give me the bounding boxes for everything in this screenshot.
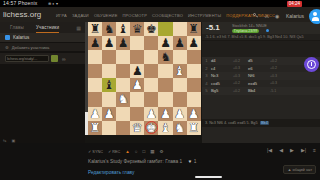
white-pawn[interactable]: ♟ bbox=[88, 107, 102, 121]
black-eval: -5.1 bbox=[270, 89, 285, 93]
study-title-row: Kalarius's Study Ферзевый гамбит: Глава … bbox=[88, 159, 196, 164]
move-number: 5 bbox=[202, 88, 211, 93]
member-row[interactable]: Kalarius bbox=[0, 33, 85, 42]
invite-url-input[interactable]: lichess.org/study/… bbox=[5, 55, 49, 62]
white-pawn[interactable]: ♟ bbox=[187, 107, 201, 121]
white-eval: +0.2 bbox=[233, 59, 248, 63]
square-b6[interactable] bbox=[102, 50, 116, 64]
square-b7[interactable]: ♟ bbox=[102, 36, 116, 50]
square-a6[interactable] bbox=[88, 50, 102, 64]
white-king[interactable]: ♚ bbox=[144, 121, 158, 135]
black-pawn[interactable]: ♟ bbox=[173, 36, 187, 50]
square-h1[interactable]: ♜ bbox=[187, 121, 201, 135]
square-e6[interactable] bbox=[144, 50, 158, 64]
status-time: 14:57 Phoenix bbox=[3, 0, 38, 7]
move-row: 1 d4 +0.2 d5 +0.2 bbox=[202, 57, 320, 65]
edit-chapter-link[interactable]: Редактировать главу bbox=[88, 170, 134, 175]
square-f5[interactable] bbox=[158, 64, 172, 78]
black-king[interactable]: ♚ bbox=[144, 22, 158, 36]
white-move[interactable]: d4 bbox=[211, 58, 233, 63]
white-pawn[interactable]: ♟ bbox=[173, 107, 187, 121]
site-header: lichess.org ИГРА ЗАДАЧИ ОБУЧЕНИЕ ПРОСМОТ… bbox=[0, 7, 320, 22]
square-a8[interactable]: ♜ bbox=[88, 22, 102, 36]
nav-tools[interactable]: ИНСТРУМЕНТЫ bbox=[188, 13, 221, 18]
study-tabs: Главы Участники ▦ bbox=[0, 22, 85, 33]
member-avatar bbox=[5, 35, 10, 40]
nav-learn[interactable]: ОБУЧЕНИЕ bbox=[94, 13, 118, 18]
square-h7[interactable]: ♟ bbox=[187, 36, 201, 50]
add-member-label: Добавить участника bbox=[12, 45, 49, 50]
rec-toggle[interactable]: REC bbox=[112, 150, 120, 154]
eval-score: -5.1 bbox=[206, 23, 220, 32]
move-number: 4 bbox=[202, 81, 211, 86]
square-b4[interactable]: ♝ bbox=[102, 78, 116, 92]
square-a1[interactable]: ♜ bbox=[88, 121, 102, 135]
white-pawn[interactable]: ♟ bbox=[144, 107, 158, 121]
white-move[interactable]: Bg5 bbox=[211, 88, 233, 93]
white-eval: +0.2 bbox=[233, 81, 248, 85]
white-queen[interactable]: ♛ bbox=[130, 121, 144, 135]
caret-up-icon: ▲ bbox=[287, 167, 291, 172]
black-pawn[interactable]: ♟ bbox=[158, 36, 172, 50]
settings-gear-icon[interactable]: ⚙ bbox=[159, 149, 163, 154]
last-move-highlight bbox=[158, 22, 172, 36]
square-d4[interactable]: ♟ bbox=[130, 78, 144, 92]
square-a4[interactable] bbox=[88, 78, 102, 92]
square-g2[interactable]: ♟ bbox=[173, 107, 187, 121]
cloud-eval-dot bbox=[266, 29, 269, 32]
square-b2[interactable]: ♟ bbox=[102, 107, 116, 121]
white-pawn[interactable]: ♟ bbox=[102, 107, 116, 121]
next-move-button[interactable]: ▶ bbox=[290, 147, 294, 153]
square-f6[interactable]: ♞ bbox=[158, 50, 172, 64]
nav-puzzles[interactable]: ЗАДАЧИ bbox=[72, 13, 89, 18]
sync-toggle[interactable]: SYNC bbox=[92, 150, 103, 154]
study-title[interactable]: Kalarius's Study Ферзевый гамбит: Глава … bbox=[88, 159, 182, 164]
black-pawn[interactable]: ♟ bbox=[88, 36, 102, 50]
flame-icon[interactable]: ▲ bbox=[125, 149, 129, 154]
nav-community[interactable]: СООБЩЕСТВО bbox=[152, 13, 183, 18]
white-knight[interactable]: ♞ bbox=[173, 121, 187, 135]
black-move[interactable]: exd5 bbox=[248, 81, 270, 86]
like-count: 1 bbox=[194, 159, 197, 164]
black-pawn[interactable]: ♟ bbox=[130, 64, 144, 78]
panel-grid-icon[interactable]: ▦ bbox=[76, 25, 81, 31]
white-rook[interactable]: ♜ bbox=[88, 121, 102, 135]
black-bishop[interactable]: ♝ bbox=[116, 22, 130, 36]
black-knight[interactable]: ♞ bbox=[102, 22, 116, 36]
add-member-row[interactable]: ⊕ Добавить участника bbox=[0, 43, 85, 51]
white-eval: +0.3 bbox=[233, 74, 248, 78]
black-rook[interactable]: ♜ bbox=[88, 22, 102, 36]
gesture-bar bbox=[195, 176, 222, 178]
square-e8[interactable]: ♚ bbox=[144, 22, 158, 36]
black-queen[interactable]: ♛ bbox=[130, 22, 144, 36]
square-c2[interactable] bbox=[116, 107, 130, 121]
first-move-button[interactable]: |◀ bbox=[267, 147, 272, 153]
screen-record-timer-badge: 04:24 bbox=[287, 1, 302, 7]
rec-check-icon[interactable]: ✓ bbox=[108, 149, 111, 154]
square-g4[interactable] bbox=[173, 78, 187, 92]
square-d6[interactable] bbox=[130, 50, 144, 64]
current-line-bar: 3. Nc3 Nf6 4. cxd5 exd5 5. Bg5Bb4 bbox=[202, 119, 320, 127]
current-move-chip[interactable]: Bb4 bbox=[260, 121, 270, 125]
recorder-person-fab[interactable] bbox=[309, 9, 320, 24]
square-e1[interactable]: ♚ bbox=[144, 121, 158, 135]
recorder-clock-fab[interactable] bbox=[304, 57, 319, 72]
square-h4[interactable] bbox=[187, 78, 201, 92]
square-shape-icon[interactable]: □ bbox=[143, 149, 146, 154]
square-d8[interactable]: ♛ bbox=[130, 22, 144, 36]
sync-check-icon[interactable]: ✓ bbox=[88, 149, 91, 154]
plus-icon: ⊕ bbox=[5, 45, 9, 50]
engine-eval-box: -5.1 Stockfish 14+ NNUE Глубина 23/99 bbox=[202, 22, 320, 34]
move-number: 2 bbox=[202, 66, 211, 71]
board-misc-icons[interactable]: ⇆ ▣ bbox=[3, 138, 17, 143]
white-bishop[interactable]: ♝ bbox=[158, 121, 172, 135]
prev-move-button[interactable]: ◀ bbox=[279, 147, 283, 153]
engine-name: Stockfish 14+ NNUE bbox=[232, 24, 267, 28]
black-move[interactable]: e6 bbox=[248, 66, 270, 71]
move-row: 3 Nc3 +0.3 Nf6 +0.3 bbox=[202, 72, 320, 80]
square-f4[interactable] bbox=[158, 78, 172, 92]
white-move[interactable]: Nc3 bbox=[211, 73, 233, 78]
chat-toggle-pill[interactable]: ▲ общий чат bbox=[283, 165, 316, 174]
square-c1[interactable] bbox=[116, 121, 130, 135]
square-g1[interactable]: ♞ bbox=[173, 121, 187, 135]
white-move[interactable]: c4 bbox=[211, 66, 233, 71]
person-icon bbox=[313, 12, 317, 16]
black-eval: +0.2 bbox=[270, 59, 285, 63]
depth-badge: Глубина 23/99 bbox=[232, 29, 259, 34]
invite-row: lichess.org/study/… ∞ bbox=[0, 53, 85, 64]
notifications-bell-icon[interactable]: ◉ bbox=[275, 12, 279, 20]
square-c6[interactable] bbox=[116, 50, 130, 64]
black-move[interactable]: Nf6 bbox=[248, 73, 270, 78]
lichess-logo[interactable]: lichess.org bbox=[3, 10, 41, 19]
white-eval: +0.2 bbox=[233, 89, 248, 93]
square-e2[interactable]: ♟ bbox=[144, 107, 158, 121]
white-knight[interactable]: ♞ bbox=[116, 92, 130, 106]
square-g8[interactable] bbox=[173, 22, 187, 36]
study-toolbar: ✓ SYNC ✓ REC ▲ ○ □ ▦ ⚙ bbox=[88, 149, 164, 154]
square-h8[interactable]: ♜ bbox=[187, 22, 201, 36]
white-rook[interactable]: ♜ bbox=[187, 121, 201, 135]
comment-area bbox=[202, 41, 320, 57]
square-g6[interactable] bbox=[173, 50, 187, 64]
square-b1[interactable] bbox=[102, 121, 116, 135]
black-pawn[interactable]: ♟ bbox=[102, 36, 116, 50]
square-a3[interactable] bbox=[88, 92, 102, 106]
square-f7[interactable]: ♟ bbox=[158, 36, 172, 50]
square-c8[interactable]: ♝ bbox=[116, 22, 130, 36]
move-number: 1 bbox=[202, 58, 211, 63]
square-d7[interactable] bbox=[130, 36, 144, 50]
black-pawn[interactable]: ♟ bbox=[187, 36, 201, 50]
square-g5[interactable]: ♝ bbox=[173, 64, 187, 78]
black-knight[interactable]: ♞ bbox=[158, 50, 172, 64]
square-b8[interactable]: ♞ bbox=[102, 22, 116, 36]
square-g3[interactable] bbox=[173, 92, 187, 106]
square-f1[interactable]: ♝ bbox=[158, 121, 172, 135]
square-a2[interactable]: ♟ bbox=[88, 107, 102, 121]
black-eval: +0.2 bbox=[270, 66, 285, 70]
square-d2[interactable] bbox=[130, 107, 144, 121]
square-f3[interactable] bbox=[158, 92, 172, 106]
bottom-strip: ⇆ ▣ ✓ SYNC ✓ REC ▲ ○ □ ▦ ⚙ |◀ ◀ ▶ ▶| ≡ K… bbox=[0, 143, 320, 180]
last-move-button[interactable]: ▶| bbox=[301, 147, 306, 153]
move-row: 5 Bg5 +0.2 Bb4 -5.1 bbox=[202, 87, 320, 95]
context-moves[interactable]: 3. Nc3 Nf6 4. cxd5 exd5 5. Bg5 bbox=[205, 121, 258, 125]
black-move[interactable]: d5 bbox=[248, 58, 270, 63]
main-nav: ИГРА ЗАДАЧИ ОБУЧЕНИЕ ПРОСМОТР СООБЩЕСТВО… bbox=[56, 13, 275, 18]
search-icon[interactable] bbox=[253, 13, 258, 18]
move-row: 2 c4 +0.3 e6 +0.2 bbox=[202, 65, 320, 73]
circle-shape-icon[interactable]: ○ bbox=[135, 149, 138, 154]
square-d3[interactable] bbox=[130, 92, 144, 106]
move-row: 4 cxd5 +0.2 exd5 +0.3 bbox=[202, 80, 320, 88]
square-c7[interactable]: ♟ bbox=[116, 36, 130, 50]
square-c5[interactable] bbox=[116, 64, 130, 78]
nav-watch[interactable]: ПРОСМОТР bbox=[123, 13, 148, 18]
status-bar: 14:57 Phoenix ⊕ ◐ ▾ 04:24 bbox=[0, 0, 320, 7]
link-icon: ∞ bbox=[62, 56, 66, 62]
black-move[interactable]: Bb4 bbox=[248, 88, 270, 93]
member-name: Kalarius bbox=[13, 35, 29, 40]
square-c4[interactable] bbox=[116, 78, 130, 92]
square-h5[interactable] bbox=[187, 64, 201, 78]
challenge-swords-icon[interactable]: ⚔ bbox=[264, 12, 269, 20]
white-pawn[interactable]: ♟ bbox=[158, 107, 172, 121]
square-f8[interactable] bbox=[158, 22, 172, 36]
principal-variation[interactable]: -5.1 6. e3 h6 7. Bh4 c5 8. dxc5 g5 9. Bg… bbox=[202, 34, 320, 41]
replay-controls: |◀ ◀ ▶ ▶| ≡ bbox=[267, 147, 316, 153]
square-a5[interactable] bbox=[88, 64, 102, 78]
black-bishop[interactable]: ♝ bbox=[102, 78, 116, 92]
square-d1[interactable]: ♛ bbox=[130, 121, 144, 135]
white-pawn[interactable]: ♟ bbox=[130, 78, 144, 92]
move-number: 3 bbox=[202, 73, 211, 78]
square-h2[interactable]: ♟ bbox=[187, 107, 201, 121]
status-icons: ⊕ ◐ ▾ bbox=[48, 0, 58, 7]
heart-icon[interactable]: ♥ bbox=[188, 159, 191, 164]
square-c3[interactable]: ♞ bbox=[116, 92, 130, 106]
nav-play[interactable]: ИГРА bbox=[56, 13, 67, 18]
square-f2[interactable]: ♟ bbox=[158, 107, 172, 121]
square-h6[interactable] bbox=[187, 50, 201, 64]
square-b3[interactable] bbox=[102, 92, 116, 106]
menu-icon[interactable]: ≡ bbox=[313, 147, 316, 153]
white-bishop[interactable]: ♝ bbox=[173, 64, 187, 78]
chat-label: общий чат bbox=[293, 167, 312, 172]
board-grid-icon[interactable]: ▦ bbox=[150, 149, 154, 154]
tab-chapters[interactable]: Главы bbox=[10, 23, 24, 32]
square-b5[interactable] bbox=[102, 64, 116, 78]
square-e7[interactable] bbox=[144, 36, 158, 50]
black-rook[interactable]: ♜ bbox=[187, 22, 201, 36]
black-eval: +0.3 bbox=[270, 74, 285, 78]
square-e3[interactable] bbox=[144, 92, 158, 106]
black-pawn[interactable]: ♟ bbox=[116, 36, 130, 50]
tab-members[interactable]: Участники bbox=[36, 23, 59, 33]
square-h3[interactable] bbox=[187, 92, 201, 106]
move-list: 1 d4 +0.2 d5 +0.2 2 c4 +0.3 e6 +0.2 3 Nc… bbox=[202, 57, 320, 95]
white-move[interactable]: cxd5 bbox=[211, 81, 233, 86]
black-eval: +0.3 bbox=[270, 81, 285, 85]
square-e5[interactable] bbox=[144, 64, 158, 78]
square-g7[interactable]: ♟ bbox=[173, 36, 187, 50]
copy-invite-button[interactable] bbox=[51, 55, 58, 62]
chess-board: ♜♞♝♛♚♜♟♟♟♟♟♟♞♟♝♝♟♞♟♟♟♟♟♟♜♛♚♝♞♜ bbox=[88, 22, 201, 135]
square-a7[interactable]: ♟ bbox=[88, 36, 102, 50]
header-username[interactable]: Kalarius bbox=[286, 13, 304, 19]
square-d5[interactable]: ♟ bbox=[130, 64, 144, 78]
study-side-panel: Главы Участники ▦ Kalarius ⊕ Добавить уч… bbox=[0, 22, 85, 143]
screen: 14:57 Phoenix ⊕ ◐ ▾ 04:24 lichess.org ИГ… bbox=[0, 0, 320, 180]
white-eval: +0.3 bbox=[233, 66, 248, 70]
square-e4[interactable] bbox=[144, 78, 158, 92]
